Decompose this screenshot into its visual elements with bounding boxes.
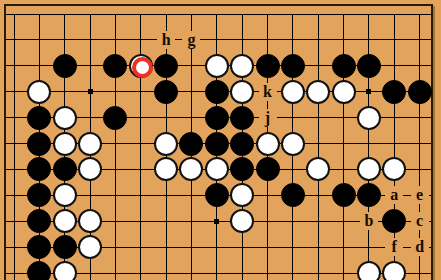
black-stone — [53, 235, 77, 259]
black-stone — [256, 157, 280, 181]
white-stone — [357, 157, 381, 181]
white-stone — [78, 132, 102, 156]
go-board-diagram: hgkjaebcfd — [0, 0, 441, 280]
black-stone — [53, 54, 77, 78]
black-stone — [27, 235, 51, 259]
white-stone — [357, 106, 381, 130]
black-stone — [332, 54, 356, 78]
black-stone — [205, 183, 229, 207]
grid-horizontal-line — [6, 39, 431, 40]
star-point — [214, 219, 219, 224]
grid-vertical-line — [318, 14, 319, 280]
black-stone — [357, 183, 381, 207]
white-stone — [78, 209, 102, 233]
black-stone — [154, 80, 178, 104]
grid-horizontal-line — [6, 14, 431, 15]
black-stone — [205, 80, 229, 104]
white-stone — [281, 80, 305, 104]
white-stone — [205, 54, 229, 78]
white-stone — [281, 132, 305, 156]
black-stone — [27, 209, 51, 233]
black-stone — [205, 106, 229, 130]
white-stone — [205, 157, 229, 181]
white-stone — [230, 183, 254, 207]
black-stone — [53, 157, 77, 181]
grid-vertical-line — [14, 14, 15, 280]
white-stone — [230, 54, 254, 78]
point-label-h: h — [157, 31, 175, 49]
white-stone — [53, 106, 77, 130]
star-point — [88, 89, 93, 94]
black-stone — [103, 54, 127, 78]
white-stone — [179, 157, 203, 181]
white-stone — [357, 261, 381, 280]
star-point — [366, 89, 371, 94]
black-stone — [230, 157, 254, 181]
white-stone — [154, 132, 178, 156]
marked-white-stone — [129, 54, 153, 78]
black-stone — [382, 209, 406, 233]
point-label-e: e — [411, 186, 429, 204]
white-stone — [27, 80, 51, 104]
black-stone — [281, 54, 305, 78]
white-stone — [53, 132, 77, 156]
white-stone — [332, 80, 356, 104]
white-stone — [78, 235, 102, 259]
white-stone — [78, 157, 102, 181]
black-stone — [230, 106, 254, 130]
black-stone — [103, 106, 127, 130]
point-label-d: d — [411, 238, 429, 256]
black-stone — [205, 132, 229, 156]
point-label-b: b — [360, 212, 378, 230]
point-label-g: g — [182, 31, 200, 49]
white-stone — [53, 261, 77, 280]
black-stone — [27, 183, 51, 207]
white-stone — [382, 261, 406, 280]
circle-mark-icon — [132, 57, 153, 78]
black-stone — [154, 54, 178, 78]
black-stone — [281, 183, 305, 207]
white-stone — [154, 157, 178, 181]
black-stone — [27, 106, 51, 130]
white-stone — [230, 80, 254, 104]
black-stone — [332, 183, 356, 207]
black-stone — [27, 157, 51, 181]
black-stone — [357, 54, 381, 78]
point-label-c: c — [411, 212, 429, 230]
point-label-k: k — [259, 83, 277, 101]
point-label-j: j — [259, 109, 277, 127]
white-stone — [382, 157, 406, 181]
white-stone — [306, 157, 330, 181]
black-stone — [382, 80, 406, 104]
white-stone — [230, 209, 254, 233]
white-stone — [53, 209, 77, 233]
black-stone — [179, 132, 203, 156]
white-stone — [306, 80, 330, 104]
black-stone — [27, 261, 51, 280]
white-stone — [53, 183, 77, 207]
black-stone — [27, 132, 51, 156]
point-label-a: a — [385, 186, 403, 204]
black-stone — [408, 80, 432, 104]
white-stone — [256, 132, 280, 156]
black-stone — [230, 132, 254, 156]
black-stone — [256, 54, 280, 78]
point-label-f: f — [385, 238, 403, 256]
